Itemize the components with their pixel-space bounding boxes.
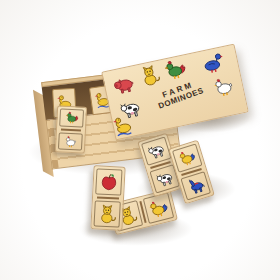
rooster-icon	[175, 147, 199, 170]
horse-icon	[184, 174, 208, 197]
rooster-icon	[146, 196, 171, 221]
apple-icon	[98, 171, 120, 193]
rooster-icon	[161, 56, 189, 83]
domino-leaning-on-box	[55, 105, 87, 154]
tile-half-bottom	[180, 171, 211, 200]
blue-bird-icon	[199, 50, 227, 77]
pig-icon	[109, 71, 137, 98]
cow-icon	[144, 140, 168, 163]
product-photo-scene: FARM DOMINOES	[0, 0, 280, 280]
cat-icon	[136, 63, 164, 90]
domino-apple-cat	[90, 165, 125, 231]
tile-divider	[97, 196, 119, 199]
rooster-icon	[62, 111, 82, 125]
tile-half-right	[143, 192, 175, 224]
hen-icon	[210, 73, 238, 100]
tile-half-bottom	[94, 200, 121, 227]
tile-divider	[61, 128, 81, 131]
hen-icon	[61, 134, 81, 148]
cow-icon	[153, 167, 177, 190]
cat-icon	[96, 203, 118, 225]
tile-half-bottom	[58, 132, 83, 151]
tile-half-top	[95, 168, 122, 195]
tile-half-top	[59, 108, 84, 127]
